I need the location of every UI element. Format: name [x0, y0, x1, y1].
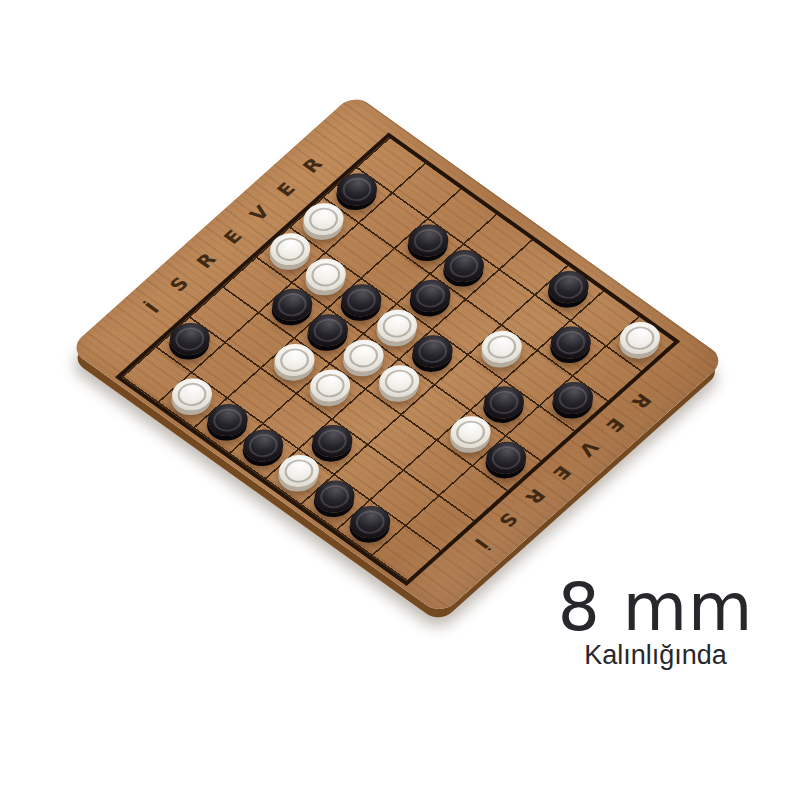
engraving-letter: S [167, 274, 193, 294]
disc-black [543, 320, 600, 365]
product-photo: REVERSİ REVERSİ 8 mm Kalınlığında [0, 0, 800, 800]
disc-white [371, 359, 428, 404]
engraving-letter: E [274, 179, 299, 199]
disc-white [302, 363, 359, 408]
engraving-letter: E [220, 227, 245, 247]
engraving-letter: İ [472, 535, 493, 551]
disc-black [342, 499, 399, 544]
disc-black [478, 435, 535, 480]
thickness-caption: 8 mm Kalınlığında [548, 578, 763, 670]
disc-black [540, 264, 597, 309]
disc-black [436, 243, 493, 288]
engraving-letter: V [246, 202, 273, 223]
engraving-letter: V [575, 438, 602, 459]
disc-black [402, 273, 459, 318]
engraving-letter: İ [143, 300, 164, 316]
thickness-value: 8 mm [548, 578, 763, 638]
engraving-letter: E [549, 462, 574, 482]
engraving-letter: E [602, 414, 627, 434]
engraving-letter: R [193, 250, 220, 271]
engraving-letter: S [496, 509, 522, 529]
disc-white [474, 324, 531, 369]
disc-black [404, 329, 461, 374]
engraving-letter: R [522, 485, 549, 506]
disc-black [304, 418, 361, 463]
reversi-board: REVERSİ REVERSİ [68, 93, 726, 615]
engraving-letter: R [300, 155, 327, 176]
board-grid [115, 132, 680, 586]
engraving-letter: R [628, 390, 655, 411]
disc-black [476, 380, 533, 425]
disc-white [612, 315, 669, 360]
disc-black [545, 375, 602, 420]
